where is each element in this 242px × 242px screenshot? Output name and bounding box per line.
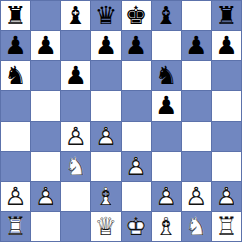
white-knight-outline-icon: ♘	[61, 152, 90, 181]
black-rook-icon: ♜	[212, 1, 241, 30]
black-pawn-icon: ♟	[182, 31, 211, 60]
piece-white-pawn[interactable]: ♟♙	[1, 182, 30, 211]
black-rook-icon: ♜	[1, 1, 30, 30]
square-d2[interactable]: ♝♗	[91, 182, 120, 211]
square-a2[interactable]: ♟♙	[1, 182, 30, 211]
square-g7[interactable]: ♟	[182, 31, 211, 60]
black-knight-icon: ♞	[1, 61, 30, 90]
square-f1[interactable]: ♝♗	[152, 212, 181, 241]
square-h4[interactable]	[212, 122, 241, 151]
piece-white-bishop[interactable]: ♝♗	[152, 212, 181, 241]
square-h6[interactable]	[212, 61, 241, 90]
square-e7[interactable]: ♟	[122, 31, 151, 60]
square-h2[interactable]: ♟♙	[212, 182, 241, 211]
piece-white-bishop[interactable]: ♝♗	[91, 182, 120, 211]
black-bishop-icon: ♝	[61, 1, 90, 30]
piece-black-pawn[interactable]: ♟	[61, 61, 90, 90]
white-pawn-outline-icon: ♙	[61, 122, 90, 151]
square-a6[interactable]: ♞	[1, 61, 30, 90]
square-b3[interactable]	[31, 152, 60, 181]
piece-white-pawn[interactable]: ♟♙	[31, 182, 60, 211]
square-g1[interactable]: ♞♘	[182, 212, 211, 241]
square-a3[interactable]	[1, 152, 30, 181]
white-pawn-outline-icon: ♙	[182, 182, 211, 211]
square-d5[interactable]	[91, 91, 120, 120]
white-pawn-outline-icon: ♙	[152, 182, 181, 211]
black-pawn-icon: ♟	[31, 31, 60, 60]
square-a5[interactable]	[1, 91, 30, 120]
piece-white-rook[interactable]: ♜♖	[1, 212, 30, 241]
square-b8[interactable]	[31, 1, 60, 30]
black-pawn-icon: ♟	[152, 91, 181, 120]
piece-white-king[interactable]: ♚♔	[122, 212, 151, 241]
square-c1[interactable]	[61, 212, 90, 241]
square-g2[interactable]: ♟♙	[182, 182, 211, 211]
piece-white-knight[interactable]: ♞♘	[182, 212, 211, 241]
square-g3[interactable]	[182, 152, 211, 181]
piece-black-rook[interactable]: ♜	[1, 1, 30, 30]
piece-black-knight[interactable]: ♞	[152, 61, 181, 90]
square-b4[interactable]	[31, 122, 60, 151]
square-a4[interactable]	[1, 122, 30, 151]
black-pawn-icon: ♟	[91, 31, 120, 60]
square-g5[interactable]	[182, 91, 211, 120]
square-a1[interactable]: ♜♖	[1, 212, 30, 241]
piece-white-queen[interactable]: ♛♕	[91, 212, 120, 241]
square-f6[interactable]: ♞	[152, 61, 181, 90]
white-king-outline-icon: ♔	[122, 212, 151, 241]
square-c2[interactable]	[61, 182, 90, 211]
black-knight-icon: ♞	[152, 61, 181, 90]
square-d6[interactable]	[91, 61, 120, 90]
black-bishop-icon: ♝	[152, 1, 181, 30]
piece-white-rook[interactable]: ♜♖	[212, 212, 241, 241]
square-e8[interactable]: ♚	[122, 1, 151, 30]
square-g6[interactable]	[182, 61, 211, 90]
square-a8[interactable]: ♜	[1, 1, 30, 30]
piece-white-knight[interactable]: ♞♘	[61, 152, 90, 181]
square-e1[interactable]: ♚♔	[122, 212, 151, 241]
square-f4[interactable]	[152, 122, 181, 151]
square-e4[interactable]	[122, 122, 151, 151]
black-pawn-icon: ♟	[212, 31, 241, 60]
white-pawn-outline-icon: ♙	[212, 182, 241, 211]
piece-white-pawn[interactable]: ♟♙	[182, 182, 211, 211]
black-pawn-icon: ♟	[122, 31, 151, 60]
piece-white-pawn[interactable]: ♟♙	[91, 122, 120, 151]
square-h1[interactable]: ♜♖	[212, 212, 241, 241]
piece-black-king[interactable]: ♚	[122, 1, 151, 30]
square-f3[interactable]	[152, 152, 181, 181]
square-c3[interactable]: ♞♘	[61, 152, 90, 181]
piece-black-pawn[interactable]: ♟	[122, 31, 151, 60]
piece-black-bishop[interactable]: ♝	[61, 1, 90, 30]
piece-black-queen[interactable]: ♛	[91, 1, 120, 30]
piece-white-pawn[interactable]: ♟♙	[152, 182, 181, 211]
square-f7[interactable]	[152, 31, 181, 60]
piece-white-pawn[interactable]: ♟♙	[212, 182, 241, 211]
piece-black-pawn[interactable]: ♟	[212, 31, 241, 60]
square-d8[interactable]: ♛	[91, 1, 120, 30]
piece-black-pawn[interactable]: ♟	[31, 31, 60, 60]
white-rook-outline-icon: ♖	[212, 212, 241, 241]
square-c7[interactable]	[61, 31, 90, 60]
piece-black-knight[interactable]: ♞	[1, 61, 30, 90]
square-h3[interactable]	[212, 152, 241, 181]
square-c6[interactable]: ♟	[61, 61, 90, 90]
square-e5[interactable]	[122, 91, 151, 120]
square-d7[interactable]: ♟	[91, 31, 120, 60]
piece-black-pawn[interactable]: ♟	[152, 91, 181, 120]
piece-black-rook[interactable]: ♜	[212, 1, 241, 30]
square-g4[interactable]	[182, 122, 211, 151]
piece-black-bishop[interactable]: ♝	[152, 1, 181, 30]
square-f5[interactable]: ♟	[152, 91, 181, 120]
square-f2[interactable]: ♟♙	[152, 182, 181, 211]
white-pawn-outline-icon: ♙	[122, 152, 151, 181]
square-e6[interactable]	[122, 61, 151, 90]
square-g8[interactable]	[182, 1, 211, 30]
piece-white-pawn[interactable]: ♟♙	[122, 152, 151, 181]
square-b5[interactable]	[31, 91, 60, 120]
square-c5[interactable]	[61, 91, 90, 120]
white-pawn-outline-icon: ♙	[91, 122, 120, 151]
square-f8[interactable]: ♝	[152, 1, 181, 30]
square-d4[interactable]: ♟♙	[91, 122, 120, 151]
square-h7[interactable]: ♟	[212, 31, 241, 60]
chess-board: ♜♝♛♚♝♜♟♟♟♟♟♟♞♟♞♟♟♙♟♙♞♘♟♙♟♙♟♙♝♗♟♙♟♙♟♙♜♖♛♕…	[0, 0, 242, 242]
square-b7[interactable]: ♟	[31, 31, 60, 60]
white-pawn-outline-icon: ♙	[1, 182, 30, 211]
square-h5[interactable]	[212, 91, 241, 120]
piece-black-pawn[interactable]: ♟	[91, 31, 120, 60]
piece-white-pawn[interactable]: ♟♙	[61, 122, 90, 151]
white-bishop-outline-icon: ♗	[152, 212, 181, 241]
black-king-icon: ♚	[122, 1, 151, 30]
black-pawn-icon: ♟	[1, 31, 30, 60]
piece-black-pawn[interactable]: ♟	[182, 31, 211, 60]
white-pawn-outline-icon: ♙	[31, 182, 60, 211]
square-b2[interactable]: ♟♙	[31, 182, 60, 211]
square-c8[interactable]: ♝	[61, 1, 90, 30]
white-queen-outline-icon: ♕	[91, 212, 120, 241]
black-queen-icon: ♛	[91, 1, 120, 30]
square-d3[interactable]	[91, 152, 120, 181]
square-d1[interactable]: ♛♕	[91, 212, 120, 241]
square-h8[interactable]: ♜	[212, 1, 241, 30]
square-e2[interactable]	[122, 182, 151, 211]
square-b6[interactable]	[31, 61, 60, 90]
black-pawn-icon: ♟	[61, 61, 90, 90]
white-knight-outline-icon: ♘	[182, 212, 211, 241]
white-rook-outline-icon: ♖	[1, 212, 30, 241]
square-e3[interactable]: ♟♙	[122, 152, 151, 181]
piece-black-pawn[interactable]: ♟	[1, 31, 30, 60]
square-a7[interactable]: ♟	[1, 31, 30, 60]
white-bishop-outline-icon: ♗	[91, 182, 120, 211]
square-b1[interactable]	[31, 212, 60, 241]
square-c4[interactable]: ♟♙	[61, 122, 90, 151]
